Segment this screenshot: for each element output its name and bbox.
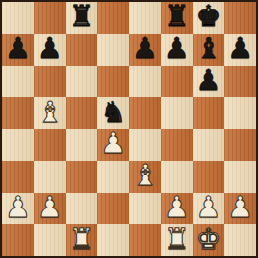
chess-board: ♜♜♚♟♟♟♟♝♟♟♝♞♟♝♟♟♟♟♟♜♜♚: [2, 2, 256, 256]
square-c4[interactable]: [66, 129, 98, 161]
square-a6[interactable]: [2, 66, 34, 98]
square-h2[interactable]: ♟: [224, 193, 256, 225]
square-c2[interactable]: [66, 193, 98, 225]
piece-black-knight[interactable]: ♞: [100, 98, 126, 127]
square-g4[interactable]: [193, 129, 225, 161]
chess-board-frame: ♜♜♚♟♟♟♟♝♟♟♝♞♟♝♟♟♟♟♟♜♜♚: [0, 0, 258, 258]
square-h7[interactable]: ♟: [224, 34, 256, 66]
square-g2[interactable]: ♟: [193, 193, 225, 225]
square-a1[interactable]: [2, 224, 34, 256]
square-f2[interactable]: ♟: [161, 193, 193, 225]
square-e4[interactable]: [129, 129, 161, 161]
square-h8[interactable]: [224, 2, 256, 34]
piece-black-bishop[interactable]: ♝: [195, 34, 221, 63]
square-b7[interactable]: ♟: [34, 34, 66, 66]
piece-black-pawn[interactable]: ♟: [37, 34, 63, 63]
square-c1[interactable]: ♜: [66, 224, 98, 256]
square-h4[interactable]: [224, 129, 256, 161]
piece-black-pawn[interactable]: ♟: [195, 66, 221, 95]
piece-black-rook[interactable]: ♜: [164, 2, 190, 31]
square-b2[interactable]: ♟: [34, 193, 66, 225]
square-c6[interactable]: [66, 66, 98, 98]
square-f8[interactable]: ♜: [161, 2, 193, 34]
square-e3[interactable]: ♝: [129, 161, 161, 193]
square-d4[interactable]: ♟: [97, 129, 129, 161]
square-d3[interactable]: [97, 161, 129, 193]
square-b6[interactable]: [34, 66, 66, 98]
square-h6[interactable]: [224, 66, 256, 98]
square-h5[interactable]: [224, 97, 256, 129]
square-d8[interactable]: [97, 2, 129, 34]
square-b4[interactable]: [34, 129, 66, 161]
square-b3[interactable]: [34, 161, 66, 193]
square-d1[interactable]: [97, 224, 129, 256]
square-e5[interactable]: [129, 97, 161, 129]
square-e1[interactable]: [129, 224, 161, 256]
piece-white-pawn[interactable]: ♟: [164, 193, 190, 222]
piece-white-pawn[interactable]: ♟: [227, 193, 253, 222]
square-a4[interactable]: [2, 129, 34, 161]
square-c3[interactable]: [66, 161, 98, 193]
square-c5[interactable]: [66, 97, 98, 129]
square-f4[interactable]: [161, 129, 193, 161]
piece-white-rook[interactable]: ♜: [164, 225, 190, 254]
square-b5[interactable]: ♝: [34, 97, 66, 129]
square-e7[interactable]: ♟: [129, 34, 161, 66]
square-a8[interactable]: [2, 2, 34, 34]
piece-black-pawn[interactable]: ♟: [5, 34, 31, 63]
square-f3[interactable]: [161, 161, 193, 193]
piece-white-pawn[interactable]: ♟: [37, 193, 63, 222]
square-a5[interactable]: [2, 97, 34, 129]
square-g5[interactable]: [193, 97, 225, 129]
square-e8[interactable]: [129, 2, 161, 34]
square-a3[interactable]: [2, 161, 34, 193]
piece-white-pawn[interactable]: ♟: [195, 193, 221, 222]
piece-white-bishop[interactable]: ♝: [132, 161, 158, 190]
square-g8[interactable]: ♚: [193, 2, 225, 34]
piece-white-rook[interactable]: ♜: [68, 225, 94, 254]
square-f5[interactable]: [161, 97, 193, 129]
square-d5[interactable]: ♞: [97, 97, 129, 129]
square-d6[interactable]: [97, 66, 129, 98]
square-c7[interactable]: [66, 34, 98, 66]
piece-white-pawn[interactable]: ♟: [5, 193, 31, 222]
square-d2[interactable]: [97, 193, 129, 225]
square-g3[interactable]: [193, 161, 225, 193]
square-a7[interactable]: ♟: [2, 34, 34, 66]
square-h1[interactable]: [224, 224, 256, 256]
square-f1[interactable]: ♜: [161, 224, 193, 256]
piece-black-rook[interactable]: ♜: [68, 2, 94, 31]
square-e6[interactable]: [129, 66, 161, 98]
piece-black-pawn[interactable]: ♟: [227, 34, 253, 63]
square-d7[interactable]: [97, 34, 129, 66]
piece-black-king[interactable]: ♚: [195, 2, 221, 31]
square-f6[interactable]: [161, 66, 193, 98]
square-b1[interactable]: [34, 224, 66, 256]
square-b8[interactable]: [34, 2, 66, 34]
square-g7[interactable]: ♝: [193, 34, 225, 66]
square-a2[interactable]: ♟: [2, 193, 34, 225]
piece-white-king[interactable]: ♚: [195, 225, 221, 254]
square-e2[interactable]: [129, 193, 161, 225]
piece-white-bishop[interactable]: ♝: [37, 98, 63, 127]
square-g1[interactable]: ♚: [193, 224, 225, 256]
square-h3[interactable]: [224, 161, 256, 193]
square-f7[interactable]: ♟: [161, 34, 193, 66]
square-g6[interactable]: ♟: [193, 66, 225, 98]
piece-black-pawn[interactable]: ♟: [164, 34, 190, 63]
piece-black-pawn[interactable]: ♟: [132, 34, 158, 63]
piece-white-pawn[interactable]: ♟: [100, 129, 126, 158]
square-c8[interactable]: ♜: [66, 2, 98, 34]
